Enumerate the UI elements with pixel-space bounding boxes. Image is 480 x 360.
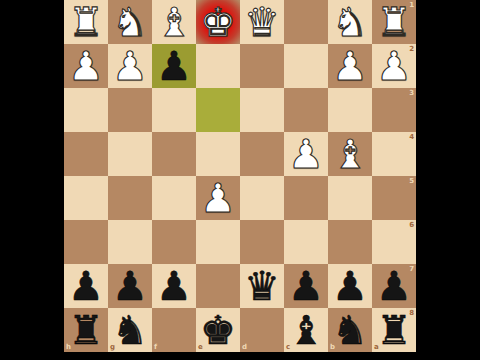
piece-black-pawn: ♟ (328, 264, 372, 308)
square-e1[interactable]: ♚ (196, 0, 240, 44)
square-h5[interactable] (64, 176, 108, 220)
square-f3[interactable] (152, 88, 196, 132)
piece-white-pawn: ♟ (64, 44, 108, 88)
square-h8[interactable]: ♜h (64, 308, 108, 352)
piece-white-pawn: ♟ (284, 132, 328, 176)
piece-white-bishop: ♝ (152, 0, 196, 44)
square-a7[interactable]: ♟7 (372, 264, 416, 308)
square-b3[interactable] (328, 88, 372, 132)
square-e8[interactable]: ♚e (196, 308, 240, 352)
square-a8[interactable]: ♜8a (372, 308, 416, 352)
rank-label-4: 4 (409, 134, 414, 141)
square-f5[interactable] (152, 176, 196, 220)
square-d3[interactable] (240, 88, 284, 132)
piece-black-queen: ♛ (240, 264, 284, 308)
square-e5[interactable]: ♟ (196, 176, 240, 220)
square-a5[interactable]: 5 (372, 176, 416, 220)
chess-board: ♜♞♝♚♛♞♜1♟♟♟♟♟23♟♝4♟56♟♟♟♛♟♟♟7♜h♞gf♚ed♝c♞… (64, 0, 416, 352)
rank-label-1: 1 (409, 2, 414, 9)
square-h4[interactable] (64, 132, 108, 176)
rank-label-2: 2 (409, 46, 414, 53)
file-label-g: g (110, 344, 115, 351)
rank-label-3: 3 (409, 90, 414, 97)
square-a3[interactable]: 3 (372, 88, 416, 132)
file-label-b: b (330, 344, 335, 351)
piece-white-rook: ♜ (64, 0, 108, 44)
square-e3[interactable] (196, 88, 240, 132)
piece-white-queen: ♛ (240, 0, 284, 44)
piece-black-pawn: ♟ (108, 264, 152, 308)
file-label-h: h (66, 344, 71, 351)
square-d6[interactable] (240, 220, 284, 264)
square-b4[interactable]: ♝ (328, 132, 372, 176)
square-c2[interactable] (284, 44, 328, 88)
square-f4[interactable] (152, 132, 196, 176)
file-label-c: c (286, 344, 290, 351)
square-c1[interactable] (284, 0, 328, 44)
piece-white-pawn: ♟ (196, 176, 240, 220)
square-c5[interactable] (284, 176, 328, 220)
square-g1[interactable]: ♞ (108, 0, 152, 44)
square-c4[interactable]: ♟ (284, 132, 328, 176)
square-a6[interactable]: 6 (372, 220, 416, 264)
square-d7[interactable]: ♛ (240, 264, 284, 308)
square-d4[interactable] (240, 132, 284, 176)
video-frame: ♜♞♝♚♛♞♜1♟♟♟♟♟23♟♝4♟56♟♟♟♛♟♟♟7♜h♞gf♚ed♝c♞… (0, 0, 480, 360)
piece-black-pawn: ♟ (64, 264, 108, 308)
square-h7[interactable]: ♟ (64, 264, 108, 308)
file-label-a: a (374, 344, 379, 351)
square-b6[interactable] (328, 220, 372, 264)
letterbox-right (416, 0, 480, 360)
square-f8[interactable]: f (152, 308, 196, 352)
square-h1[interactable]: ♜ (64, 0, 108, 44)
square-c3[interactable] (284, 88, 328, 132)
square-c8[interactable]: ♝c (284, 308, 328, 352)
square-g8[interactable]: ♞g (108, 308, 152, 352)
square-b1[interactable]: ♞ (328, 0, 372, 44)
square-h3[interactable] (64, 88, 108, 132)
square-f2[interactable]: ♟ (152, 44, 196, 88)
square-g4[interactable] (108, 132, 152, 176)
piece-white-king: ♚ (196, 0, 240, 44)
file-label-f: f (154, 344, 157, 351)
piece-black-pawn: ♟ (284, 264, 328, 308)
rank-label-5: 5 (409, 178, 414, 185)
piece-white-pawn: ♟ (328, 44, 372, 88)
file-label-d: d (242, 344, 247, 351)
piece-black-bishop: ♝ (284, 308, 328, 352)
square-g3[interactable] (108, 88, 152, 132)
square-c7[interactable]: ♟ (284, 264, 328, 308)
square-a2[interactable]: ♟2 (372, 44, 416, 88)
square-e4[interactable] (196, 132, 240, 176)
piece-black-pawn: ♟ (152, 264, 196, 308)
square-h2[interactable]: ♟ (64, 44, 108, 88)
square-a1[interactable]: ♜1 (372, 0, 416, 44)
square-g7[interactable]: ♟ (108, 264, 152, 308)
square-h6[interactable] (64, 220, 108, 264)
square-d2[interactable] (240, 44, 284, 88)
square-e6[interactable] (196, 220, 240, 264)
square-b8[interactable]: ♞b (328, 308, 372, 352)
square-c6[interactable] (284, 220, 328, 264)
square-d8[interactable]: d (240, 308, 284, 352)
rank-label-8: 8 (409, 310, 414, 317)
square-a4[interactable]: 4 (372, 132, 416, 176)
piece-white-bishop: ♝ (328, 132, 372, 176)
square-e7[interactable] (196, 264, 240, 308)
file-label-e: e (198, 344, 203, 351)
piece-black-pawn: ♟ (152, 44, 196, 88)
square-g2[interactable]: ♟ (108, 44, 152, 88)
square-e2[interactable] (196, 44, 240, 88)
square-b2[interactable]: ♟ (328, 44, 372, 88)
letterbox-left (0, 0, 64, 360)
square-b7[interactable]: ♟ (328, 264, 372, 308)
piece-white-knight: ♞ (108, 0, 152, 44)
square-g6[interactable] (108, 220, 152, 264)
rank-label-7: 7 (409, 266, 414, 273)
square-f6[interactable] (152, 220, 196, 264)
piece-white-pawn: ♟ (108, 44, 152, 88)
piece-white-knight: ♞ (328, 0, 372, 44)
rank-label-6: 6 (409, 222, 414, 229)
square-b5[interactable] (328, 176, 372, 220)
square-f1[interactable]: ♝ (152, 0, 196, 44)
square-d1[interactable]: ♛ (240, 0, 284, 44)
square-g5[interactable] (108, 176, 152, 220)
square-d5[interactable] (240, 176, 284, 220)
square-f7[interactable]: ♟ (152, 264, 196, 308)
